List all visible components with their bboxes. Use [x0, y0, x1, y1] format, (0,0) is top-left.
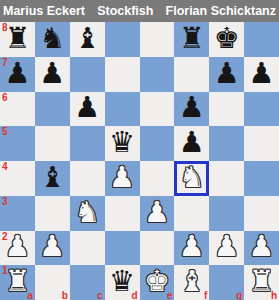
square-d6[interactable]: [105, 92, 140, 127]
rank-label-7: 7: [2, 57, 8, 68]
square-h5[interactable]: [244, 126, 279, 161]
square-d1[interactable]: d♛: [105, 265, 140, 300]
square-f6[interactable]: ♟: [174, 92, 209, 127]
rank-label-5: 5: [2, 126, 8, 137]
square-c5[interactable]: [70, 126, 105, 161]
black-pawn: ♟: [179, 93, 205, 122]
square-e4[interactable]: [140, 161, 175, 196]
square-a6[interactable]: 6: [0, 92, 35, 127]
black-queen: ♛: [109, 128, 135, 157]
black-bishop: ♝: [39, 163, 65, 192]
file-label-c: c: [97, 290, 103, 300]
square-g8[interactable]: ♚: [209, 22, 244, 57]
square-h4[interactable]: [244, 161, 279, 196]
black-pawn: ♟: [249, 59, 275, 88]
square-g6[interactable]: [209, 92, 244, 127]
square-b2[interactable]: ♟: [35, 231, 70, 266]
white-pawn: ♟: [179, 232, 205, 261]
rank-label-8: 8: [2, 22, 8, 33]
square-a7[interactable]: 7♟: [0, 57, 35, 92]
rank-label-2: 2: [2, 231, 8, 242]
square-g7[interactable]: ♟: [209, 57, 244, 92]
black-bishop: ♝: [74, 24, 100, 53]
square-c7[interactable]: [70, 57, 105, 92]
square-a3[interactable]: 3: [0, 196, 35, 231]
square-g2[interactable]: ♟: [209, 231, 244, 266]
square-b7[interactable]: ♟: [35, 57, 70, 92]
square-e5[interactable]: [140, 126, 175, 161]
square-g4[interactable]: [209, 161, 244, 196]
square-g5[interactable]: [209, 126, 244, 161]
square-f7[interactable]: [174, 57, 209, 92]
player-bar: Marius Eckert Stockfish Florian Schickta…: [0, 0, 279, 22]
square-a8[interactable]: 8♜: [0, 22, 35, 57]
square-d2[interactable]: [105, 231, 140, 266]
rank-label-1: 1: [2, 265, 8, 276]
black-pawn: ♟: [74, 93, 100, 122]
rank-label-6: 6: [2, 92, 8, 103]
file-label-b: b: [62, 290, 68, 300]
square-d8[interactable]: [105, 22, 140, 57]
square-d3[interactable]: [105, 196, 140, 231]
square-g1[interactable]: g: [209, 265, 244, 300]
square-a1[interactable]: 1a♜: [0, 265, 35, 300]
white-pawn: ♟: [4, 232, 30, 261]
square-g3[interactable]: [209, 196, 244, 231]
square-h1[interactable]: h♜: [244, 265, 279, 300]
white-player-name: Marius Eckert: [3, 4, 85, 18]
square-b6[interactable]: [35, 92, 70, 127]
square-c3[interactable]: ♞: [70, 196, 105, 231]
square-d7[interactable]: [105, 57, 140, 92]
square-e6[interactable]: [140, 92, 175, 127]
rank-label-4: 4: [2, 161, 8, 172]
square-f8[interactable]: ♜: [174, 22, 209, 57]
square-c8[interactable]: ♝: [70, 22, 105, 57]
square-e3[interactable]: ♟: [140, 196, 175, 231]
square-d4[interactable]: ♟: [105, 161, 140, 196]
square-c6[interactable]: ♟: [70, 92, 105, 127]
square-h8[interactable]: [244, 22, 279, 57]
white-knight: ♞: [179, 163, 205, 192]
square-h6[interactable]: [244, 92, 279, 127]
white-pawn: ♟: [39, 232, 65, 261]
square-f2[interactable]: ♟: [174, 231, 209, 266]
black-rook: ♜: [4, 24, 30, 53]
square-f1[interactable]: f♝: [174, 265, 209, 300]
black-knight: ♞: [39, 24, 65, 53]
file-label-g: g: [236, 290, 242, 300]
square-c2[interactable]: [70, 231, 105, 266]
square-b5[interactable]: [35, 126, 70, 161]
white-pawn: ♟: [144, 198, 170, 227]
white-pawn: ♟: [214, 232, 240, 261]
square-h3[interactable]: [244, 196, 279, 231]
square-h7[interactable]: ♟: [244, 57, 279, 92]
square-f5[interactable]: ♟: [174, 126, 209, 161]
square-b3[interactable]: [35, 196, 70, 231]
rank-label-3: 3: [2, 196, 8, 207]
square-b1[interactable]: b: [35, 265, 70, 300]
square-c1[interactable]: c: [70, 265, 105, 300]
black-pawn: ♟: [4, 59, 30, 88]
black-pawn: ♟: [214, 59, 240, 88]
black-pawn: ♟: [39, 59, 65, 88]
file-label-h: h: [271, 290, 277, 300]
white-pawn: ♟: [249, 232, 275, 261]
black-player-name: Florian Schicktanz: [166, 4, 276, 18]
square-a4[interactable]: 4: [0, 161, 35, 196]
white-bishop: ♝: [179, 267, 205, 296]
file-label-f: f: [204, 290, 207, 300]
white-pawn: ♟: [109, 163, 135, 192]
square-c4[interactable]: [70, 161, 105, 196]
square-e8[interactable]: [140, 22, 175, 57]
square-e2[interactable]: [140, 231, 175, 266]
square-e1[interactable]: e♚: [140, 265, 175, 300]
square-b8[interactable]: ♞: [35, 22, 70, 57]
square-a5[interactable]: 5: [0, 126, 35, 161]
engine-name: Stockfish: [97, 4, 153, 18]
file-label-d: d: [131, 290, 137, 300]
black-pawn: ♟: [179, 128, 205, 157]
square-b4[interactable]: ♝: [35, 161, 70, 196]
black-rook: ♜: [179, 24, 205, 53]
square-f4[interactable]: ♞: [174, 161, 209, 196]
square-d5[interactable]: ♛: [105, 126, 140, 161]
file-label-a: a: [27, 290, 33, 300]
square-a2[interactable]: 2♟: [0, 231, 35, 266]
square-e7[interactable]: [140, 57, 175, 92]
white-knight: ♞: [74, 198, 100, 227]
chess-board: 8♜♞♝♜♚7♟♟♟♟6♟♟5♛♟4♝♟♞3♞♟2♟♟♟♟♟1a♜bcd♛e♚f…: [0, 22, 279, 300]
square-f3[interactable]: [174, 196, 209, 231]
square-h2[interactable]: ♟: [244, 231, 279, 266]
file-label-e: e: [167, 290, 173, 300]
black-king: ♚: [214, 24, 240, 53]
